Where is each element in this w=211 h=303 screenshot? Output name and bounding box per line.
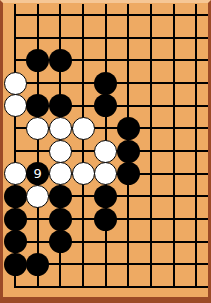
move-number-label: 9 <box>34 167 42 180</box>
grid-line <box>195 4 197 288</box>
go-board-diagram: 9 <box>0 0 211 303</box>
black-stone <box>49 208 72 231</box>
grid-line <box>14 241 208 243</box>
black-stone <box>4 253 27 276</box>
grid-line <box>14 37 208 39</box>
white-stone <box>26 117 49 140</box>
black-stone <box>26 94 49 117</box>
black-stone <box>49 230 72 253</box>
black-stone <box>117 117 140 140</box>
white-stone <box>94 162 117 185</box>
white-stone <box>49 140 72 163</box>
grid-line <box>150 4 152 288</box>
black-stone <box>4 185 27 208</box>
black-stone <box>49 94 72 117</box>
grid-line <box>173 4 175 288</box>
white-stone <box>72 162 95 185</box>
black-stone <box>4 208 27 231</box>
black-stone <box>117 162 140 185</box>
black-stone <box>4 230 27 253</box>
white-stone <box>49 117 72 140</box>
grid-line <box>82 4 84 288</box>
white-stone <box>4 162 27 185</box>
grid-line <box>37 4 39 288</box>
black-stone <box>26 253 49 276</box>
black-stone <box>49 185 72 208</box>
white-stone <box>49 162 72 185</box>
black-stone <box>94 72 117 95</box>
white-stone <box>72 117 95 140</box>
black-stone <box>117 140 140 163</box>
grid-line <box>14 286 208 288</box>
white-stone <box>4 72 27 95</box>
grid-line <box>14 14 208 16</box>
black-stone <box>94 208 117 231</box>
black-stone <box>94 185 117 208</box>
white-stone <box>26 185 49 208</box>
black-stone-move-9: 9 <box>26 162 49 185</box>
white-stone <box>94 140 117 163</box>
white-stone <box>4 94 27 117</box>
black-stone <box>94 94 117 117</box>
black-stone <box>49 49 72 72</box>
black-stone <box>26 49 49 72</box>
